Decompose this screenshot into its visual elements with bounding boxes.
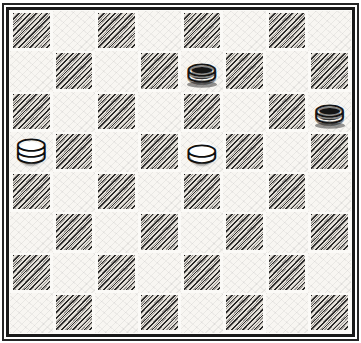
board-square[interactable]: [95, 253, 138, 293]
board-square[interactable]: [308, 212, 351, 252]
white-man-piece[interactable]: ⛀: [181, 133, 224, 170]
board-square[interactable]: [10, 293, 53, 333]
board-square[interactable]: [266, 212, 309, 252]
board-square[interactable]: [53, 172, 96, 212]
board-square[interactable]: [138, 92, 181, 132]
board-square[interactable]: [223, 212, 266, 252]
board-frame-outer: ⛂⛂⛁⛀: [2, 3, 359, 341]
board-square[interactable]: [138, 172, 181, 212]
board-square[interactable]: [10, 172, 53, 212]
board-square[interactable]: [10, 253, 53, 293]
board-square[interactable]: [266, 253, 309, 293]
board-square[interactable]: [95, 212, 138, 252]
black-man-glyph: ⛂: [314, 94, 346, 129]
black-man-glyph: ⛂: [186, 54, 218, 89]
black-man-piece[interactable]: ⛂: [181, 53, 224, 90]
board-square[interactable]: [223, 132, 266, 172]
board-square[interactable]: [181, 11, 224, 51]
board-square[interactable]: [223, 253, 266, 293]
board-square[interactable]: ⛂: [181, 51, 224, 91]
board-square[interactable]: [95, 51, 138, 91]
board-square[interactable]: [95, 293, 138, 333]
board-square[interactable]: [181, 92, 224, 132]
board-square[interactable]: [10, 11, 53, 51]
board-square[interactable]: [223, 92, 266, 132]
board-square[interactable]: ⛂: [308, 92, 351, 132]
board-square[interactable]: [53, 92, 96, 132]
board-square[interactable]: ⛁: [10, 132, 53, 172]
board-frame-inner: ⛂⛂⛁⛀: [6, 7, 355, 337]
board-square[interactable]: [266, 172, 309, 212]
board-square[interactable]: [308, 11, 351, 51]
board-square[interactable]: [308, 51, 351, 91]
board-square[interactable]: [223, 172, 266, 212]
board-square[interactable]: [308, 293, 351, 333]
board-square[interactable]: [266, 293, 309, 333]
board-square[interactable]: [308, 172, 351, 212]
board-square[interactable]: [223, 11, 266, 51]
checkers-board: ⛂⛂⛁⛀: [10, 11, 351, 333]
board-square[interactable]: [138, 132, 181, 172]
board-square[interactable]: [181, 212, 224, 252]
board-square[interactable]: [181, 172, 224, 212]
board-square[interactable]: [95, 92, 138, 132]
board-square[interactable]: [53, 132, 96, 172]
board-square[interactable]: [181, 253, 224, 293]
board-square[interactable]: [138, 51, 181, 91]
board-square[interactable]: [10, 51, 53, 91]
board-square[interactable]: [266, 92, 309, 132]
board-square[interactable]: [138, 293, 181, 333]
white-king-piece[interactable]: ⛁: [10, 133, 53, 170]
board-square[interactable]: [53, 11, 96, 51]
board-square[interactable]: [308, 132, 351, 172]
board-square[interactable]: [266, 11, 309, 51]
board-square[interactable]: [223, 293, 266, 333]
white-man-glyph: ⛀: [186, 134, 218, 169]
checkers-diagram: ⛂⛂⛁⛀: [0, 0, 361, 343]
board-square[interactable]: [95, 11, 138, 51]
board-square[interactable]: [266, 132, 309, 172]
board-square[interactable]: [138, 11, 181, 51]
board-square[interactable]: [181, 293, 224, 333]
board-square[interactable]: [53, 51, 96, 91]
board-square[interactable]: [53, 253, 96, 293]
board-square[interactable]: [10, 92, 53, 132]
board-square[interactable]: ⛀: [181, 132, 224, 172]
board-square[interactable]: [266, 51, 309, 91]
white-king-glyph: ⛁: [15, 134, 47, 169]
board-square[interactable]: [95, 132, 138, 172]
board-square[interactable]: [308, 253, 351, 293]
board-square[interactable]: [138, 212, 181, 252]
black-man-piece[interactable]: ⛂: [308, 93, 351, 130]
board-square[interactable]: [10, 212, 53, 252]
board-square[interactable]: [138, 253, 181, 293]
board-square[interactable]: [53, 212, 96, 252]
board-square[interactable]: [223, 51, 266, 91]
board-square[interactable]: [95, 172, 138, 212]
board-square[interactable]: [53, 293, 96, 333]
